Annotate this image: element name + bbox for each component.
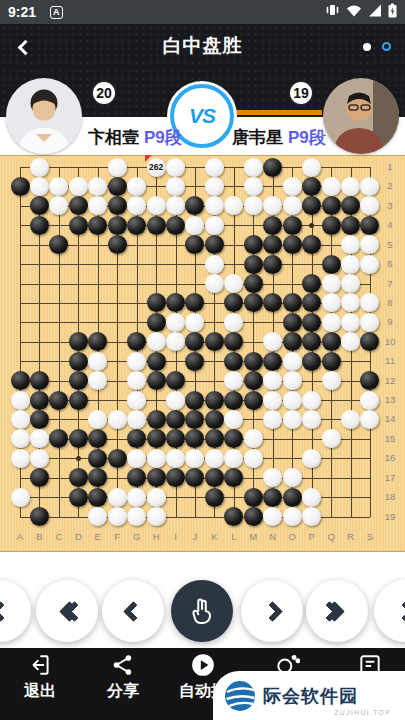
black-stone — [244, 391, 263, 410]
white-stone — [205, 158, 224, 177]
double-chevron-right-icon — [332, 604, 342, 619]
column-coordinate-label: C — [52, 532, 66, 542]
column-coordinate-label: Q — [324, 532, 338, 542]
black-stone — [360, 216, 379, 235]
row-coordinate-label: 16 — [378, 453, 402, 463]
chevron-right-icon — [261, 600, 282, 621]
white-stone — [283, 410, 302, 429]
black-stone — [205, 235, 224, 254]
jump-end-button[interactable] — [374, 580, 405, 642]
black-stone — [185, 410, 204, 429]
black-stone — [11, 371, 30, 390]
black-stone — [302, 352, 321, 371]
black-stone — [244, 235, 263, 254]
star-point — [76, 456, 81, 461]
white-stone — [302, 410, 321, 429]
black-stone — [224, 391, 243, 410]
black-stone — [69, 429, 88, 448]
white-stone — [244, 429, 263, 448]
vibrate-icon — [325, 3, 340, 21]
black-stone — [360, 371, 379, 390]
black-stone — [185, 332, 204, 351]
black-stone — [283, 488, 302, 507]
black-stone — [127, 216, 146, 235]
column-coordinate-label: G — [130, 532, 144, 542]
black-stone — [30, 410, 49, 429]
white-stone — [205, 255, 224, 274]
white-stone — [341, 274, 360, 293]
clock: 9:21 — [8, 4, 36, 20]
column-coordinate-label: I — [169, 532, 183, 542]
white-stone — [49, 177, 68, 196]
watermark-text: 际会软件园 — [263, 684, 358, 708]
row-coordinate-label: 6 — [378, 259, 402, 269]
black-stone — [30, 371, 49, 390]
black-stone — [185, 352, 204, 371]
white-stone — [360, 235, 379, 254]
row-coordinate-label: 3 — [378, 201, 402, 211]
white-stone — [166, 391, 185, 410]
black-stone — [263, 158, 282, 177]
black-stone — [30, 468, 49, 487]
active-player-accent — [234, 110, 322, 115]
black-stone — [166, 410, 185, 429]
black-stone — [127, 468, 146, 487]
black-stone — [283, 216, 302, 235]
black-stone — [127, 332, 146, 351]
black-stone — [147, 429, 166, 448]
chevron-left-icon — [0, 600, 11, 621]
white-stone — [166, 158, 185, 177]
black-stone — [244, 255, 263, 274]
exit-button[interactable]: 退出 — [5, 652, 75, 702]
black-stone — [224, 352, 243, 371]
black-stone — [283, 293, 302, 312]
exit-icon — [27, 652, 53, 678]
app-screen: 9:21 A 白中盘胜 20 19 VS 卞相壹P9段 唐韦星P9段 — [0, 0, 405, 720]
black-stone — [224, 429, 243, 448]
black-stone — [147, 371, 166, 390]
white-stone — [263, 332, 282, 351]
column-coordinate-label: H — [149, 532, 163, 542]
white-stone — [360, 293, 379, 312]
black-stone — [302, 196, 321, 215]
white-stone — [166, 332, 185, 351]
white-stone — [263, 410, 282, 429]
black-stone — [322, 352, 341, 371]
black-stone — [244, 371, 263, 390]
black-stone — [69, 488, 88, 507]
black-stone — [88, 449, 107, 468]
white-stone — [88, 177, 107, 196]
white-stone — [302, 507, 321, 526]
white-stone — [127, 391, 146, 410]
chevron-left-icon — [122, 600, 143, 621]
white-stone — [283, 391, 302, 410]
black-stone — [302, 274, 321, 293]
row-coordinate-label: 17 — [378, 473, 402, 483]
black-stone — [244, 293, 263, 312]
black-stone — [30, 391, 49, 410]
white-stone — [322, 293, 341, 312]
white-stone — [108, 488, 127, 507]
black-stone — [88, 216, 107, 235]
row-coordinate-label: 18 — [378, 492, 402, 502]
black-stone — [205, 429, 224, 448]
black-stone — [49, 429, 68, 448]
white-stone — [108, 158, 127, 177]
column-coordinate-label: B — [32, 532, 46, 542]
row-coordinate-label: 5 — [378, 240, 402, 250]
black-stone — [302, 177, 321, 196]
black-stone — [185, 468, 204, 487]
black-stone — [283, 332, 302, 351]
black-stone — [263, 216, 282, 235]
chevron-right-icon — [394, 600, 405, 621]
black-stone — [69, 468, 88, 487]
white-stone — [11, 410, 30, 429]
white-stone — [224, 274, 243, 293]
black-stone — [322, 332, 341, 351]
black-stone — [108, 196, 127, 215]
black-stone — [30, 507, 49, 526]
white-stone — [185, 313, 204, 332]
black-stone — [283, 313, 302, 332]
black-stone — [69, 196, 88, 215]
row-coordinate-label: 12 — [378, 376, 402, 386]
black-stone — [88, 429, 107, 448]
column-coordinate-label: S — [363, 532, 377, 542]
black-stone — [244, 352, 263, 371]
battery-charging-icon — [388, 3, 397, 22]
column-coordinate-label: E — [91, 532, 105, 542]
black-stone — [224, 332, 243, 351]
white-stone — [30, 449, 49, 468]
hand-tool-button[interactable] — [171, 580, 233, 642]
black-stone — [224, 468, 243, 487]
white-stone — [263, 507, 282, 526]
black-stone — [322, 216, 341, 235]
white-stone — [360, 410, 379, 429]
page-dot-active-icon[interactable] — [382, 42, 391, 51]
black-stone — [127, 429, 146, 448]
fast-rewind-button[interactable] — [36, 580, 98, 642]
white-stone — [224, 449, 243, 468]
black-stone — [360, 332, 379, 351]
white-stone — [127, 177, 146, 196]
black-stone — [263, 352, 282, 371]
black-stone — [263, 235, 282, 254]
white-stone — [322, 313, 341, 332]
black-stone — [341, 216, 360, 235]
black-stone — [69, 391, 88, 410]
column-coordinate-label: O — [285, 532, 299, 542]
black-stone — [205, 410, 224, 429]
white-stone — [127, 507, 146, 526]
black-stone — [185, 429, 204, 448]
fast-forward-button[interactable] — [306, 580, 368, 642]
row-coordinate-label: 11 — [378, 356, 402, 366]
white-stone — [302, 391, 321, 410]
black-stone — [302, 332, 321, 351]
black-stone — [302, 235, 321, 254]
black-stone — [166, 216, 185, 235]
black-stone — [108, 177, 127, 196]
black-stone — [108, 235, 127, 254]
white-stone — [224, 371, 243, 390]
white-stone — [360, 196, 379, 215]
black-stone — [69, 332, 88, 351]
black-stone — [147, 313, 166, 332]
white-stone — [322, 429, 341, 448]
white-stone — [166, 196, 185, 215]
share-button[interactable]: 分享 — [88, 652, 158, 702]
white-stone — [147, 507, 166, 526]
black-stone — [88, 488, 107, 507]
white-stone — [263, 391, 282, 410]
last-move-stone: 262 — [147, 158, 166, 177]
white-stone — [244, 177, 263, 196]
step-back-button[interactable] — [102, 580, 164, 642]
black-stone — [166, 429, 185, 448]
black-player-rank: P9段 — [144, 128, 182, 147]
white-stone — [341, 293, 360, 312]
black-stone — [263, 255, 282, 274]
page-indicator[interactable] — [363, 42, 391, 51]
black-stone — [166, 371, 185, 390]
black-stone — [341, 196, 360, 215]
row-coordinate-label: 9 — [378, 317, 402, 327]
black-stone — [302, 293, 321, 312]
black-stone — [263, 488, 282, 507]
white-stone — [205, 216, 224, 235]
white-stone — [244, 196, 263, 215]
black-stone — [205, 468, 224, 487]
white-stone — [283, 196, 302, 215]
white-stone — [341, 332, 360, 351]
black-stone — [185, 391, 204, 410]
watermark-subtext: ZUJIHUI.TOP — [335, 709, 391, 716]
white-stone — [341, 410, 360, 429]
white-stone — [30, 429, 49, 448]
black-stone — [69, 371, 88, 390]
white-stone — [88, 410, 107, 429]
header: 白中盘胜 — [0, 24, 405, 68]
column-coordinate-label: M — [246, 532, 260, 542]
black-stone — [205, 488, 224, 507]
white-stone — [360, 313, 379, 332]
black-stone — [205, 332, 224, 351]
white-stone — [166, 449, 185, 468]
column-coordinate-label: K — [207, 532, 221, 542]
white-stone — [322, 371, 341, 390]
players-bar: 20 19 VS 卞相壹P9段 唐韦星P9段 — [0, 68, 405, 155]
move-number-label: 262 — [147, 158, 166, 177]
black-stone — [322, 196, 341, 215]
white-stone — [341, 255, 360, 274]
black-stone — [283, 235, 302, 254]
back-button[interactable] — [10, 34, 36, 60]
white-stone — [263, 196, 282, 215]
black-stone — [147, 293, 166, 312]
jump-start-button[interactable] — [0, 580, 31, 642]
white-stone — [322, 274, 341, 293]
white-stone — [11, 488, 30, 507]
white-stone — [283, 507, 302, 526]
white-stone — [205, 177, 224, 196]
black-stone — [69, 216, 88, 235]
white-stone — [11, 449, 30, 468]
white-captures-badge: 19 — [288, 80, 314, 106]
white-stone — [88, 196, 107, 215]
white-stone — [147, 488, 166, 507]
black-stone — [224, 293, 243, 312]
white-stone — [49, 196, 68, 215]
double-chevron-left-icon — [62, 604, 72, 619]
wifi-icon — [346, 3, 362, 21]
watermark: 际会软件园 ZUJIHUI.TOP — [213, 671, 405, 720]
notification-icon: A — [50, 6, 63, 19]
white-stone — [360, 391, 379, 410]
row-coordinate-label: 2 — [378, 181, 402, 191]
hand-icon — [186, 595, 218, 627]
column-coordinate-label: D — [71, 532, 85, 542]
white-stone — [302, 449, 321, 468]
black-stone — [108, 216, 127, 235]
white-stone — [263, 468, 282, 487]
step-forward-button[interactable] — [241, 580, 303, 642]
white-stone — [11, 391, 30, 410]
white-stone — [147, 332, 166, 351]
move-navigation — [0, 552, 405, 648]
white-stone — [88, 371, 107, 390]
white-stone — [127, 410, 146, 429]
black-stone — [88, 468, 107, 487]
row-coordinate-label: 15 — [378, 434, 402, 444]
black-stone — [11, 177, 30, 196]
star-point — [309, 223, 314, 228]
black-stone — [166, 293, 185, 312]
white-stone — [283, 177, 302, 196]
share-icon — [110, 652, 136, 678]
white-stone — [127, 352, 146, 371]
white-stone — [108, 507, 127, 526]
black-stone — [166, 468, 185, 487]
white-stone — [283, 352, 302, 371]
signal-icon — [368, 3, 382, 21]
white-player-rank: P9段 — [288, 128, 326, 147]
white-stone — [166, 313, 185, 332]
column-coordinate-label: N — [266, 532, 280, 542]
white-stone — [341, 177, 360, 196]
white-stone — [244, 158, 263, 177]
white-player-avatar — [323, 78, 399, 154]
white-stone — [244, 449, 263, 468]
white-stone — [224, 196, 243, 215]
white-stone — [127, 371, 146, 390]
white-stone — [88, 352, 107, 371]
page-dot-icon[interactable] — [363, 43, 371, 51]
white-stone — [127, 449, 146, 468]
white-player-name: 唐韦星P9段 — [232, 126, 326, 149]
white-stone — [224, 313, 243, 332]
white-stone — [224, 410, 243, 429]
row-coordinate-label: 14 — [378, 414, 402, 424]
row-coordinate-label: 8 — [378, 298, 402, 308]
white-stone — [127, 488, 146, 507]
white-stone — [302, 158, 321, 177]
black-stone — [302, 313, 321, 332]
black-stone — [185, 293, 204, 312]
page-title: 白中盘胜 — [0, 33, 405, 59]
row-coordinate-label: 4 — [378, 220, 402, 230]
black-stone — [147, 468, 166, 487]
row-coordinate-label: 10 — [378, 337, 402, 347]
black-stone — [88, 332, 107, 351]
black-stone — [49, 391, 68, 410]
column-coordinate-label: A — [13, 532, 27, 542]
column-coordinate-label: R — [344, 532, 358, 542]
black-stone — [147, 216, 166, 235]
black-stone — [30, 196, 49, 215]
black-stone — [205, 391, 224, 410]
go-board[interactable]: 26212345678910111213141516171819ABCDEFGH… — [0, 155, 405, 552]
white-stone — [322, 177, 341, 196]
black-stone — [69, 352, 88, 371]
row-coordinate-label: 13 — [378, 395, 402, 405]
white-stone — [360, 177, 379, 196]
white-stone — [185, 449, 204, 468]
black-stone — [147, 352, 166, 371]
black-player-avatar — [6, 78, 82, 154]
black-stone — [244, 488, 263, 507]
black-player-name: 卞相壹P9段 — [88, 126, 182, 149]
black-stone — [322, 255, 341, 274]
column-coordinate-label: F — [110, 532, 124, 542]
black-stone — [244, 507, 263, 526]
black-stone — [30, 216, 49, 235]
status-bar: 9:21 A — [0, 0, 405, 24]
row-coordinate-label: 1 — [378, 162, 402, 172]
black-stone — [263, 293, 282, 312]
white-stone — [30, 177, 49, 196]
column-coordinate-label: J — [188, 532, 202, 542]
white-stone — [127, 196, 146, 215]
black-captures-badge: 20 — [91, 80, 117, 106]
back-chevron-icon — [17, 39, 33, 55]
white-stone — [205, 274, 224, 293]
row-coordinate-label: 19 — [378, 512, 402, 522]
play-icon — [190, 652, 216, 678]
black-stone — [49, 235, 68, 254]
white-stone — [205, 196, 224, 215]
black-stone — [244, 274, 263, 293]
black-stone — [224, 507, 243, 526]
black-stone — [185, 235, 204, 254]
white-stone — [360, 255, 379, 274]
white-stone — [185, 216, 204, 235]
white-stone — [263, 371, 282, 390]
black-stone — [147, 410, 166, 429]
black-stone — [185, 196, 204, 215]
white-stone — [147, 449, 166, 468]
white-stone — [205, 449, 224, 468]
white-stone — [341, 235, 360, 254]
white-stone — [69, 177, 88, 196]
white-stone — [88, 507, 107, 526]
white-stone — [302, 488, 321, 507]
column-coordinate-label: L — [227, 532, 241, 542]
